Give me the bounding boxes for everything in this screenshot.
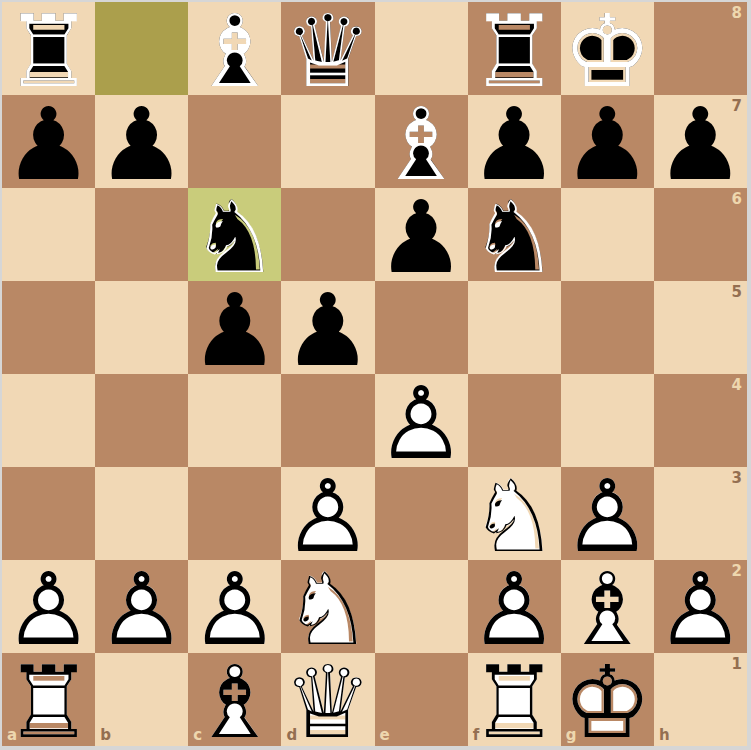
- white-knight-glyph: ♞: [281, 563, 374, 656]
- square-a6[interactable]: [2, 188, 95, 281]
- square-c3[interactable]: [188, 467, 281, 560]
- piece-outline: ♕: [281, 656, 374, 749]
- piece-outline: ♙: [654, 563, 747, 656]
- square-h3[interactable]: 3: [654, 467, 747, 560]
- square-c1[interactable]: c♝♗: [188, 653, 281, 746]
- piece-outline: ♙: [561, 470, 654, 563]
- white-bishop-piece[interactable]: ♝♗: [188, 653, 281, 746]
- square-b2[interactable]: ♟♙: [95, 560, 188, 653]
- black-pawn-piece[interactable]: ♟: [2, 95, 95, 188]
- black-knight-piece[interactable]: ♞♘: [188, 188, 281, 281]
- piece-outline: ♗: [188, 5, 281, 98]
- coordinate-rank-8: 8: [732, 6, 742, 21]
- square-c4[interactable]: [188, 374, 281, 467]
- black-pawn-glyph: ♟: [468, 98, 561, 191]
- square-d4[interactable]: [281, 374, 374, 467]
- square-c5[interactable]: ♟: [188, 281, 281, 374]
- square-c7[interactable]: [188, 95, 281, 188]
- white-pawn-piece[interactable]: ♟♙: [561, 467, 654, 560]
- black-bishop-piece[interactable]: ♝♗: [375, 95, 468, 188]
- coordinate-file-e: e: [380, 728, 390, 743]
- coordinate-rank-6: 6: [732, 192, 742, 207]
- black-knight-piece[interactable]: ♞♘: [468, 188, 561, 281]
- white-pawn-glyph: ♟: [468, 563, 561, 656]
- black-pawn-glyph: ♟: [281, 284, 374, 377]
- square-e1[interactable]: e: [375, 653, 468, 746]
- black-pawn-piece[interactable]: ♟: [375, 188, 468, 281]
- white-pawn-piece[interactable]: ♟♙: [95, 560, 188, 653]
- black-pawn-glyph: ♟: [375, 191, 468, 284]
- square-g8[interactable]: ♚♔: [561, 2, 654, 95]
- piece-outline: ♘: [468, 470, 561, 563]
- piece-outline: ♗: [188, 656, 281, 749]
- white-knight-piece[interactable]: ♞♘: [281, 560, 374, 653]
- black-rook-glyph: ♜: [468, 5, 561, 98]
- square-a3[interactable]: [2, 467, 95, 560]
- piece-outline: ♘: [281, 563, 374, 656]
- piece-outline: ♖: [468, 656, 561, 749]
- piece-outline: ♖: [2, 656, 95, 749]
- square-b7[interactable]: ♟: [95, 95, 188, 188]
- coordinate-rank-4: 4: [732, 378, 742, 393]
- white-pawn-piece[interactable]: ♟♙: [468, 560, 561, 653]
- white-knight-glyph: ♞: [468, 470, 561, 563]
- square-e3[interactable]: [375, 467, 468, 560]
- piece-outline: ♘: [188, 191, 281, 284]
- square-d6[interactable]: [281, 188, 374, 281]
- square-d1[interactable]: d♛♕: [281, 653, 374, 746]
- coordinate-rank-3: 3: [732, 471, 742, 486]
- coordinate-file-h: h: [659, 728, 670, 743]
- square-e4[interactable]: ♟♙: [375, 374, 468, 467]
- square-a8[interactable]: ♜♖: [2, 2, 95, 95]
- black-queen-piece[interactable]: ♛♕: [281, 2, 374, 95]
- white-pawn-glyph: ♟: [2, 563, 95, 656]
- square-b8[interactable]: [95, 2, 188, 95]
- black-pawn-piece[interactable]: ♟: [188, 281, 281, 374]
- square-g6[interactable]: [561, 188, 654, 281]
- square-b4[interactable]: [95, 374, 188, 467]
- white-pawn-glyph: ♟: [561, 470, 654, 563]
- white-rook-glyph: ♜: [468, 656, 561, 749]
- square-c6[interactable]: ♞♘: [188, 188, 281, 281]
- piece-outline: ♙: [375, 377, 468, 470]
- square-h8[interactable]: 8: [654, 2, 747, 95]
- chess-board: ♜♖♝♗♛♕♜♖♚♔8♟♟♝♗♟♟7♟♞♘♟♞♘6♟♟5♟♙4♟♙♞♘♟♙3♟♙…: [2, 2, 747, 746]
- piece-outline: ♖: [2, 5, 95, 98]
- square-a5[interactable]: [2, 281, 95, 374]
- board-frame: ♜♖♝♗♛♕♜♖♚♔8♟♟♝♗♟♟7♟♞♘♟♞♘6♟♟5♟♙4♟♙♞♘♟♙3♟♙…: [0, 0, 751, 750]
- piece-outline: ♕: [281, 5, 374, 98]
- square-h2[interactable]: 2♟♙: [654, 560, 747, 653]
- piece-outline: ♙: [281, 470, 374, 563]
- square-f7[interactable]: ♟: [468, 95, 561, 188]
- white-pawn-piece[interactable]: ♟♙: [188, 560, 281, 653]
- white-pawn-glyph: ♟: [95, 563, 188, 656]
- black-bishop-piece[interactable]: ♝♗: [188, 2, 281, 95]
- square-b3[interactable]: [95, 467, 188, 560]
- square-c8[interactable]: ♝♗: [188, 2, 281, 95]
- white-pawn-glyph: ♟: [375, 377, 468, 470]
- black-knight-glyph: ♞: [468, 191, 561, 284]
- piece-outline: ♗: [561, 563, 654, 656]
- square-a4[interactable]: [2, 374, 95, 467]
- piece-outline: ♖: [468, 5, 561, 98]
- black-queen-glyph: ♛: [281, 5, 374, 98]
- square-a2[interactable]: ♟♙: [2, 560, 95, 653]
- square-e8[interactable]: [375, 2, 468, 95]
- piece-outline: ♘: [468, 191, 561, 284]
- white-knight-piece[interactable]: ♞♘: [468, 467, 561, 560]
- white-rook-glyph: ♜: [2, 656, 95, 749]
- white-rook-piece[interactable]: ♜♖: [468, 653, 561, 746]
- white-bishop-glyph: ♝: [561, 563, 654, 656]
- square-h6[interactable]: 6: [654, 188, 747, 281]
- piece-outline: ♙: [188, 563, 281, 656]
- black-pawn-glyph: ♟: [2, 98, 95, 191]
- black-rook-piece[interactable]: ♜♖: [468, 2, 561, 95]
- black-pawn-piece[interactable]: ♟: [561, 95, 654, 188]
- square-d7[interactable]: [281, 95, 374, 188]
- black-king-glyph: ♚: [561, 5, 654, 98]
- white-bishop-piece[interactable]: ♝♗: [561, 560, 654, 653]
- square-f3[interactable]: ♞♘: [468, 467, 561, 560]
- piece-outline: ♙: [95, 563, 188, 656]
- square-h1[interactable]: 1h: [654, 653, 747, 746]
- piece-outline: ♗: [375, 98, 468, 191]
- black-rook-piece[interactable]: ♜♖: [2, 2, 95, 95]
- square-a1[interactable]: a♜♖: [2, 653, 95, 746]
- square-d3[interactable]: ♟♙: [281, 467, 374, 560]
- square-f1[interactable]: f♜♖: [468, 653, 561, 746]
- black-pawn-piece[interactable]: ♟: [468, 95, 561, 188]
- black-knight-glyph: ♞: [188, 191, 281, 284]
- square-f4[interactable]: [468, 374, 561, 467]
- square-f2[interactable]: ♟♙: [468, 560, 561, 653]
- black-rook-glyph: ♜: [2, 5, 95, 98]
- square-h4[interactable]: 4: [654, 374, 747, 467]
- square-f6[interactable]: ♞♘: [468, 188, 561, 281]
- coordinate-rank-5: 5: [732, 285, 742, 300]
- piece-outline: ♔: [561, 656, 654, 749]
- black-king-piece[interactable]: ♚♔: [561, 2, 654, 95]
- square-f5[interactable]: [468, 281, 561, 374]
- square-a7[interactable]: ♟: [2, 95, 95, 188]
- square-g5[interactable]: [561, 281, 654, 374]
- coordinate-file-b: b: [100, 728, 111, 743]
- white-king-piece[interactable]: ♚♔: [561, 653, 654, 746]
- square-d8[interactable]: ♛♕: [281, 2, 374, 95]
- white-queen-piece[interactable]: ♛♕: [281, 653, 374, 746]
- black-pawn-glyph: ♟: [654, 98, 747, 191]
- black-bishop-glyph: ♝: [188, 5, 281, 98]
- white-pawn-glyph: ♟: [281, 470, 374, 563]
- white-pawn-glyph: ♟: [188, 563, 281, 656]
- white-rook-piece[interactable]: ♜♖: [2, 653, 95, 746]
- white-pawn-glyph: ♟: [654, 563, 747, 656]
- square-h5[interactable]: 5: [654, 281, 747, 374]
- piece-outline: ♔: [561, 5, 654, 98]
- black-pawn-piece[interactable]: ♟: [281, 281, 374, 374]
- white-pawn-piece[interactable]: ♟♙: [654, 560, 747, 653]
- square-e5[interactable]: [375, 281, 468, 374]
- black-bishop-glyph: ♝: [375, 98, 468, 191]
- square-g1[interactable]: g♚♔: [561, 653, 654, 746]
- white-king-glyph: ♚: [561, 656, 654, 749]
- square-e7[interactable]: ♝♗: [375, 95, 468, 188]
- square-e2[interactable]: [375, 560, 468, 653]
- white-bishop-glyph: ♝: [188, 656, 281, 749]
- square-d2[interactable]: ♞♘: [281, 560, 374, 653]
- white-pawn-piece[interactable]: ♟♙: [375, 374, 468, 467]
- black-pawn-piece[interactable]: ♟: [654, 95, 747, 188]
- black-pawn-glyph: ♟: [95, 98, 188, 191]
- black-pawn-glyph: ♟: [561, 98, 654, 191]
- square-f8[interactable]: ♜♖: [468, 2, 561, 95]
- white-pawn-piece[interactable]: ♟♙: [2, 560, 95, 653]
- square-d5[interactable]: ♟: [281, 281, 374, 374]
- square-g7[interactable]: ♟: [561, 95, 654, 188]
- white-queen-glyph: ♛: [281, 656, 374, 749]
- coordinate-rank-1: 1: [732, 657, 742, 672]
- square-g4[interactable]: [561, 374, 654, 467]
- square-b6[interactable]: [95, 188, 188, 281]
- white-pawn-piece[interactable]: ♟♙: [281, 467, 374, 560]
- black-pawn-piece[interactable]: ♟: [95, 95, 188, 188]
- piece-outline: ♙: [468, 563, 561, 656]
- square-g3[interactable]: ♟♙: [561, 467, 654, 560]
- square-h7[interactable]: 7♟: [654, 95, 747, 188]
- square-e6[interactable]: ♟: [375, 188, 468, 281]
- piece-outline: ♙: [2, 563, 95, 656]
- square-g2[interactable]: ♝♗: [561, 560, 654, 653]
- square-c2[interactable]: ♟♙: [188, 560, 281, 653]
- square-b1[interactable]: b: [95, 653, 188, 746]
- square-b5[interactable]: [95, 281, 188, 374]
- black-pawn-glyph: ♟: [188, 284, 281, 377]
